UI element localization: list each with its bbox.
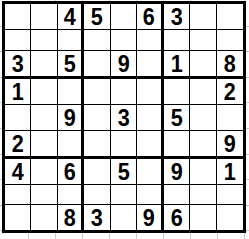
cell-r7c8[interactable]	[190, 159, 216, 185]
cell-r8c2[interactable]	[31, 185, 57, 206]
cell-r7c2[interactable]	[31, 159, 57, 185]
cell-r4c6[interactable]	[137, 79, 163, 105]
cell-r1c3[interactable]: 4	[58, 4, 84, 30]
cell-r9c6[interactable]: 9	[137, 205, 163, 230]
given-digit: 1	[224, 159, 236, 184]
cell-r9c5[interactable]	[111, 205, 137, 230]
cell-r8c9[interactable]	[217, 185, 243, 206]
cell-r9c2[interactable]	[31, 205, 57, 230]
cell-r3c5[interactable]: 9	[111, 51, 137, 79]
cell-r6c7[interactable]	[164, 131, 190, 159]
cell-r1c9[interactable]	[217, 4, 243, 30]
cell-r6c1[interactable]: 2	[5, 131, 31, 159]
cell-r4c5[interactable]	[111, 79, 137, 105]
cell-r9c3[interactable]: 8	[58, 205, 84, 230]
cell-r6c9[interactable]: 9	[217, 131, 243, 159]
given-digit: 5	[170, 105, 182, 130]
cell-r1c2[interactable]	[31, 4, 57, 30]
cell-r7c7[interactable]: 9	[164, 159, 190, 185]
cell-r5c8[interactable]	[190, 105, 216, 131]
sudoku-page: 4563359181293529465918396	[0, 0, 249, 239]
cell-r7c9[interactable]: 1	[217, 159, 243, 185]
cell-r9c9[interactable]	[217, 205, 243, 230]
given-digit: 4	[64, 4, 76, 29]
cell-r1c8[interactable]	[190, 4, 216, 30]
cell-r6c3[interactable]	[58, 131, 84, 159]
given-digit: 2	[224, 79, 236, 104]
cell-r9c7[interactable]: 6	[164, 205, 190, 230]
cell-r4c7[interactable]	[164, 79, 190, 105]
cell-r8c3[interactable]	[58, 185, 84, 206]
given-digit: 1	[12, 79, 24, 104]
given-digit: 5	[91, 4, 103, 29]
given-digit: 9	[170, 159, 182, 184]
cell-r4c8[interactable]	[190, 79, 216, 105]
given-digit: 3	[117, 105, 129, 130]
cell-r5c3[interactable]: 9	[58, 105, 84, 131]
cell-r3c6[interactable]	[137, 51, 163, 79]
cell-r7c6[interactable]	[137, 159, 163, 185]
cell-r2c2[interactable]	[31, 30, 57, 51]
given-digit: 9	[224, 131, 236, 156]
cell-r8c6[interactable]	[137, 185, 163, 206]
cell-r5c2[interactable]	[31, 105, 57, 131]
cell-r7c1[interactable]: 4	[5, 159, 31, 185]
cell-r4c1[interactable]: 1	[5, 79, 31, 105]
cell-r3c4[interactable]	[84, 51, 110, 79]
given-digit: 3	[170, 4, 182, 29]
cell-r9c1[interactable]	[5, 205, 31, 230]
cell-r2c4[interactable]	[84, 30, 110, 51]
given-digit: 8	[64, 205, 76, 230]
cell-r4c3[interactable]	[58, 79, 84, 105]
cell-r7c5[interactable]: 5	[111, 159, 137, 185]
cell-r8c5[interactable]	[111, 185, 137, 206]
cell-r2c7[interactable]	[164, 30, 190, 51]
cell-r7c3[interactable]: 6	[58, 159, 84, 185]
given-digit: 2	[12, 131, 24, 156]
cell-r5c7[interactable]: 5	[164, 105, 190, 131]
given-digit: 3	[91, 205, 103, 230]
given-digit: 4	[12, 159, 24, 184]
cell-r5c1[interactable]	[5, 105, 31, 131]
cell-r3c8[interactable]	[190, 51, 216, 79]
given-digit: 1	[170, 51, 182, 76]
given-digit: 5	[117, 159, 129, 184]
cell-r1c6[interactable]: 6	[137, 4, 163, 30]
cell-r9c4[interactable]: 3	[84, 205, 110, 230]
cell-r3c3[interactable]: 5	[58, 51, 84, 79]
cell-r1c7[interactable]: 3	[164, 4, 190, 30]
given-digit: 6	[64, 159, 76, 184]
cell-r4c2[interactable]	[31, 79, 57, 105]
given-digit: 5	[64, 51, 76, 76]
cell-r5c5[interactable]: 3	[111, 105, 137, 131]
given-digit: 8	[224, 51, 236, 76]
cell-r2c1[interactable]	[5, 30, 31, 51]
cell-r6c8[interactable]	[190, 131, 216, 159]
cell-r1c1[interactable]	[5, 4, 31, 30]
cell-r9c8[interactable]	[190, 205, 216, 230]
cell-r2c3[interactable]	[58, 30, 84, 51]
cell-r8c4[interactable]	[84, 185, 110, 206]
cell-r1c4[interactable]: 5	[84, 4, 110, 30]
cell-r3c9[interactable]: 8	[217, 51, 243, 79]
cell-r5c6[interactable]	[137, 105, 163, 131]
cell-r2c8[interactable]	[190, 30, 216, 51]
sudoku-board: 4563359181293529465918396	[2, 1, 246, 233]
cell-r6c5[interactable]	[111, 131, 137, 159]
cell-r8c7[interactable]	[164, 185, 190, 206]
cell-r1c5[interactable]	[111, 4, 137, 30]
given-digit: 9	[117, 51, 129, 76]
cell-r3c7[interactable]: 1	[164, 51, 190, 79]
cell-r7c4[interactable]	[84, 159, 110, 185]
cell-r5c9[interactable]	[217, 105, 243, 131]
given-digit: 9	[143, 205, 155, 230]
given-digit: 6	[170, 205, 182, 230]
given-digit: 3	[12, 51, 24, 76]
cell-r2c5[interactable]	[111, 30, 137, 51]
cell-r3c1[interactable]: 3	[5, 51, 31, 79]
cell-r4c4[interactable]	[84, 79, 110, 105]
cell-r3c2[interactable]	[31, 51, 57, 79]
cell-r2c6[interactable]	[137, 30, 163, 51]
cell-r6c6[interactable]	[137, 131, 163, 159]
cell-r6c4[interactable]	[84, 131, 110, 159]
cell-r4c9[interactable]: 2	[217, 79, 243, 105]
cell-r5c4[interactable]	[84, 105, 110, 131]
given-digit: 6	[143, 4, 155, 29]
cell-r2c9[interactable]	[217, 30, 243, 51]
cell-r8c1[interactable]	[5, 185, 31, 206]
cell-r6c2[interactable]	[31, 131, 57, 159]
cell-r8c8[interactable]	[190, 185, 216, 206]
given-digit: 9	[64, 105, 76, 130]
